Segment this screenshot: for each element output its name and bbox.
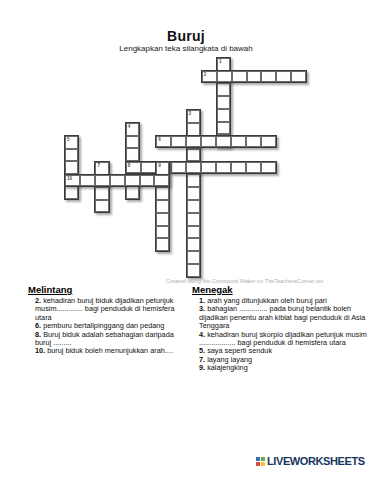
grid-cell[interactable] (187, 238, 200, 251)
word-10-across: 10 (64, 174, 170, 187)
grid-cell[interactable] (231, 136, 246, 147)
grid-cell[interactable] (201, 162, 216, 173)
grid-cell[interactable] (156, 238, 169, 251)
grid-cell[interactable] (126, 136, 139, 149)
grid-cell[interactable] (156, 200, 169, 213)
grid-cell[interactable] (65, 186, 78, 199)
grid-cell[interactable] (217, 109, 230, 122)
grid-cell[interactable] (187, 174, 200, 187)
grid-cell[interactable] (187, 200, 200, 213)
grid-cell[interactable] (261, 71, 276, 82)
grid-cell[interactable]: 3 (187, 110, 200, 123)
grid-cell[interactable] (126, 148, 139, 161)
grid-cell[interactable] (95, 200, 108, 213)
grid-cell[interactable] (187, 213, 200, 226)
grid-cell[interactable] (201, 136, 216, 147)
clue-item: 10. buruj biduk boleh menunjukkan arah..… (35, 347, 188, 355)
grid-cell[interactable] (187, 251, 200, 264)
crossword-grid: 12345678910 (0, 0, 372, 300)
clue-number-label: 4 (128, 124, 131, 129)
grid-cell[interactable] (95, 175, 110, 186)
liveworksheets-logo[interactable]: LIVEWORKSHEETS (256, 454, 365, 468)
down-heading: Menegak (192, 284, 368, 295)
grid-cell[interactable] (171, 162, 186, 173)
grid-cell[interactable] (217, 83, 230, 96)
clue-number-label: 10 (67, 176, 72, 181)
word-2-across: 2 (201, 70, 307, 83)
grid-cell[interactable]: 9 (156, 162, 169, 175)
grid-cell[interactable]: 6 (156, 136, 171, 147)
grid-cell[interactable] (216, 162, 231, 173)
grid-cell[interactable]: 2 (202, 71, 217, 82)
grid-cell[interactable] (125, 175, 140, 186)
grid-cell[interactable] (276, 71, 291, 82)
grid-cell[interactable] (154, 175, 169, 186)
grid-cell[interactable] (216, 136, 231, 147)
clue-number-label: 5 (67, 137, 70, 142)
word-8-across: 8 (125, 161, 277, 174)
grid-cell[interactable] (187, 264, 200, 277)
word-6-across: 6 (155, 135, 277, 148)
grid-cell[interactable]: 1 (217, 58, 230, 71)
grid-cell[interactable] (187, 226, 200, 239)
grid-cell[interactable]: 5 (65, 136, 78, 149)
grid-cell[interactable] (246, 136, 261, 147)
clue-number-label: 7 (97, 163, 100, 168)
liveworksheets-logo-text: LIVEWORKSHEETS (267, 455, 365, 467)
grid-cell[interactable]: 8 (126, 162, 141, 173)
grid-cell[interactable] (217, 71, 232, 82)
down-clues-section: Menegak 1. arah yang ditunjukkan oleh bu… (192, 284, 368, 373)
grid-cell[interactable] (187, 149, 200, 162)
clue-item: 9. kalajengking (199, 364, 368, 372)
grid-cell[interactable] (141, 162, 156, 173)
grid-cell[interactable] (65, 149, 78, 162)
clue-number-label: 2 (204, 72, 207, 77)
grid-cell[interactable] (140, 175, 155, 186)
grid-cell[interactable]: 10 (65, 175, 80, 186)
grid-cell[interactable]: 7 (95, 162, 108, 175)
grid-cell[interactable] (156, 226, 169, 239)
liveworksheets-grid-icon (256, 457, 265, 466)
grid-cell[interactable] (95, 187, 108, 200)
grid-cell[interactable] (186, 162, 201, 173)
grid-cell[interactable]: 4 (126, 123, 139, 136)
grid-cell[interactable] (261, 162, 276, 173)
across-clues-section: Melintang 2. kehadiran buruj biduk dijad… (28, 284, 188, 356)
grid-cell[interactable] (217, 122, 230, 135)
grid-cell[interactable] (247, 71, 262, 82)
grid-cell[interactable] (186, 136, 201, 147)
clue-number-label: 9 (158, 163, 161, 168)
grid-cell[interactable] (232, 71, 247, 82)
grid-cell[interactable] (246, 162, 261, 173)
word-7-down: 7 (94, 161, 109, 213)
grid-cell[interactable] (156, 213, 169, 226)
word-5-down: 5 (64, 135, 79, 200)
clue-number-label: 3 (189, 111, 192, 116)
grid-cell[interactable] (156, 187, 169, 200)
clue-item: 2. kehadiran buruj biduk dijadikan petun… (35, 297, 188, 322)
grid-cell[interactable] (80, 175, 95, 186)
down-clue-list: 1. arah yang ditunjukkan oleh buruj pari… (192, 297, 368, 373)
grid-cell[interactable] (65, 161, 78, 174)
grid-cell[interactable] (187, 123, 200, 136)
clue-number-label: 6 (158, 137, 161, 142)
clue-number-label: 8 (128, 163, 131, 168)
grid-cell[interactable] (231, 162, 246, 173)
clue-item: 4. kehadiran buruj skorpio dijadikan pet… (199, 331, 368, 348)
clue-item: 3. bahagian .............. pada buruj be… (199, 305, 368, 330)
grid-cell[interactable] (187, 187, 200, 200)
clue-item: 8. Buruj biduk adalah sebahagian daripad… (35, 331, 188, 348)
grid-cell[interactable] (217, 96, 230, 109)
grid-cell[interactable] (291, 71, 306, 82)
across-clue-list: 2. kehadiran buruj biduk dijadikan petun… (28, 297, 188, 356)
clue-number-label: 1 (219, 59, 222, 64)
grid-cell[interactable] (110, 175, 125, 186)
across-heading: Melintang (28, 284, 188, 295)
grid-cell[interactable] (261, 136, 276, 147)
grid-cell[interactable] (126, 186, 139, 199)
grid-cell[interactable] (171, 136, 186, 147)
